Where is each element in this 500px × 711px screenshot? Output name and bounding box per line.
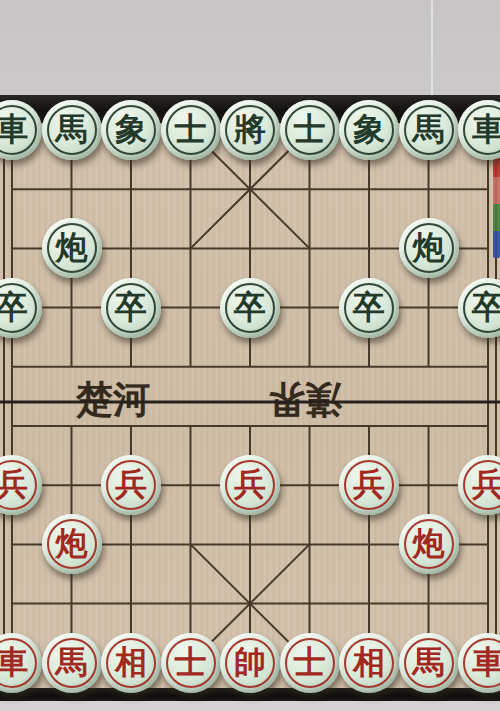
piece-red-horse[interactable]: 馬: [399, 633, 459, 693]
piece-glyph: 士: [175, 646, 207, 678]
piece-red-advisor[interactable]: 士: [280, 633, 340, 693]
piece-red-soldier[interactable]: 兵: [101, 455, 161, 515]
piece-glyph: 炮: [413, 231, 445, 263]
piece-black-general[interactable]: 將: [220, 100, 280, 160]
piece-black-elephant[interactable]: 象: [339, 100, 399, 160]
piece-glyph: 卒: [234, 291, 266, 323]
piece-glyph: 車: [472, 113, 500, 145]
piece-red-elephant[interactable]: 相: [101, 633, 161, 693]
piece-red-soldier[interactable]: 兵: [458, 455, 500, 515]
piece-glyph: 將: [234, 113, 266, 145]
piece-red-cannon[interactable]: 炮: [399, 514, 459, 574]
piece-glyph: 兵: [115, 468, 147, 500]
piece-glyph: 炮: [56, 527, 88, 559]
piece-glyph: 象: [115, 113, 147, 145]
piece-glyph: 帥: [234, 646, 266, 678]
piece-black-horse[interactable]: 馬: [399, 100, 459, 160]
piece-red-chariot[interactable]: 車: [458, 633, 500, 693]
piece-glyph: 卒: [472, 291, 500, 323]
piece-red-chariot[interactable]: 車: [0, 633, 42, 693]
piece-red-soldier[interactable]: 兵: [0, 455, 42, 515]
piece-glyph: 馬: [413, 646, 445, 678]
piece-black-soldier[interactable]: 卒: [0, 278, 42, 338]
piece-glyph: 兵: [0, 468, 28, 500]
piece-glyph: 卒: [353, 291, 385, 323]
piece-glyph: 卒: [115, 291, 147, 323]
piece-glyph: 馬: [413, 113, 445, 145]
piece-glyph: 馬: [56, 113, 88, 145]
piece-glyph: 卒: [0, 291, 28, 323]
piece-black-horse[interactable]: 馬: [42, 100, 102, 160]
piece-black-chariot[interactable]: 車: [458, 100, 500, 160]
piece-black-advisor[interactable]: 士: [161, 100, 221, 160]
piece-black-soldier[interactable]: 卒: [101, 278, 161, 338]
piece-black-soldier[interactable]: 卒: [458, 278, 500, 338]
piece-glyph: 炮: [56, 231, 88, 263]
piece-glyph: 兵: [353, 468, 385, 500]
piece-glyph: 象: [353, 113, 385, 145]
piece-glyph: 士: [175, 113, 207, 145]
piece-glyph: 相: [353, 646, 385, 678]
piece-glyph: 士: [294, 113, 326, 145]
piece-black-soldier[interactable]: 卒: [220, 278, 280, 338]
piece-glyph: 馬: [56, 646, 88, 678]
piece-glyph: 士: [294, 646, 326, 678]
piece-glyph: 炮: [413, 527, 445, 559]
piece-glyph: 車: [0, 646, 28, 678]
piece-red-horse[interactable]: 馬: [42, 633, 102, 693]
piece-glyph: 兵: [234, 468, 266, 500]
piece-red-elephant[interactable]: 相: [339, 633, 399, 693]
pieces-layer: 車馬象士將士象馬車炮炮卒卒卒卒卒兵兵兵兵兵炮炮車馬相士帥士相馬車: [0, 0, 500, 711]
piece-red-soldier[interactable]: 兵: [339, 455, 399, 515]
piece-glyph: 相: [115, 646, 147, 678]
piece-glyph: 兵: [472, 468, 500, 500]
piece-black-chariot[interactable]: 車: [0, 100, 42, 160]
piece-black-advisor[interactable]: 士: [280, 100, 340, 160]
piece-black-cannon[interactable]: 炮: [42, 218, 102, 278]
piece-red-soldier[interactable]: 兵: [220, 455, 280, 515]
piece-red-advisor[interactable]: 士: [161, 633, 221, 693]
piece-black-elephant[interactable]: 象: [101, 100, 161, 160]
piece-black-cannon[interactable]: 炮: [399, 218, 459, 278]
piece-glyph: 車: [472, 646, 500, 678]
piece-glyph: 車: [0, 113, 28, 145]
piece-red-general[interactable]: 帥: [220, 633, 280, 693]
piece-black-soldier[interactable]: 卒: [339, 278, 399, 338]
piece-red-cannon[interactable]: 炮: [42, 514, 102, 574]
